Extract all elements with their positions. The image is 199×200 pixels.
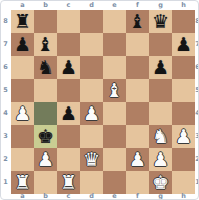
square-g3[interactable]: ♞ (149, 125, 172, 148)
black-bishop-f8[interactable]: ♝ (126, 10, 149, 33)
square-f1[interactable] (126, 171, 149, 194)
white-queen-d2[interactable]: ♛ (80, 148, 103, 171)
file-label-e: e (103, 192, 126, 200)
white-rook-a1[interactable]: ♜ (11, 171, 34, 194)
rank-label-2: 2 (193, 148, 199, 171)
square-h7[interactable]: ♟ (172, 33, 195, 56)
rank-label-3: 3 (1, 125, 10, 148)
file-label-a: a (11, 192, 34, 200)
chess-board-panel: abcdefgh 87654321 ♜♝♛♟♝♟♞♟♟♝♟♟♟♚♞♟♟♛♟♟♜♜… (0, 0, 199, 200)
square-f6[interactable] (126, 56, 149, 79)
rank-labels-left: 87654321 (1, 10, 10, 194)
square-f7[interactable] (126, 33, 149, 56)
square-b7[interactable]: ♝ (34, 33, 57, 56)
rank-label-5: 5 (1, 79, 10, 102)
square-h2[interactable] (172, 148, 195, 171)
square-b6[interactable]: ♞ (34, 56, 57, 79)
square-e1[interactable] (103, 171, 126, 194)
black-pawn-c6[interactable]: ♟ (57, 56, 80, 79)
square-e7[interactable] (103, 33, 126, 56)
rank-label-3: 3 (193, 125, 199, 148)
file-label-c: c (57, 1, 80, 10)
square-f3[interactable] (126, 125, 149, 148)
white-knight-g3[interactable]: ♞ (149, 125, 172, 148)
square-c1[interactable]: ♜ (57, 171, 80, 194)
square-h8[interactable] (172, 10, 195, 33)
square-g7[interactable] (149, 33, 172, 56)
square-d7[interactable] (80, 33, 103, 56)
rank-label-4: 4 (1, 102, 10, 125)
black-pawn-a7[interactable]: ♟ (11, 33, 34, 56)
square-g4[interactable] (149, 102, 172, 125)
file-labels-top: abcdefgh (11, 1, 195, 10)
file-label-a: a (11, 1, 34, 10)
file-label-f: f (126, 192, 149, 200)
rank-label-7: 7 (1, 33, 10, 56)
file-label-b: b (34, 1, 57, 10)
square-g6[interactable]: ♟ (149, 56, 172, 79)
file-label-d: d (80, 1, 103, 10)
square-b4[interactable] (34, 102, 57, 125)
square-g5[interactable] (149, 79, 172, 102)
square-d8[interactable] (80, 10, 103, 33)
black-queen-g8[interactable]: ♛ (149, 10, 172, 33)
white-rook-c1[interactable]: ♜ (57, 171, 80, 194)
square-h1[interactable] (172, 171, 195, 194)
square-e4[interactable] (103, 102, 126, 125)
square-c4[interactable]: ♟ (57, 102, 80, 125)
square-d5[interactable] (80, 79, 103, 102)
square-c7[interactable] (57, 33, 80, 56)
square-h4[interactable] (172, 102, 195, 125)
file-label-h: h (172, 192, 195, 200)
square-f8[interactable]: ♝ (126, 10, 149, 33)
square-g2[interactable]: ♟ (149, 148, 172, 171)
rank-label-1: 1 (193, 171, 199, 194)
square-b2[interactable]: ♟ (34, 148, 57, 171)
rank-labels-right: 87654321 (193, 10, 199, 194)
square-a1[interactable]: ♜ (11, 171, 34, 194)
black-pawn-c4[interactable]: ♟ (57, 102, 80, 125)
rank-label-1: 1 (1, 171, 10, 194)
rank-label-6: 6 (1, 56, 10, 79)
square-g1[interactable]: ♚ (149, 171, 172, 194)
square-a5[interactable] (11, 79, 34, 102)
square-c5[interactable] (57, 79, 80, 102)
square-c2[interactable] (57, 148, 80, 171)
white-king-g1[interactable]: ♚ (149, 171, 172, 194)
square-f2[interactable]: ♟ (126, 148, 149, 171)
rank-label-6: 6 (193, 56, 199, 79)
chess-board[interactable]: ♜♝♛♟♝♟♞♟♟♝♟♟♟♚♞♟♟♛♟♟♜♜♚ (11, 10, 195, 194)
square-a4[interactable]: ♟ (11, 102, 34, 125)
square-a6[interactable] (11, 56, 34, 79)
white-pawn-g2[interactable]: ♟ (149, 148, 172, 171)
file-label-e: e (103, 1, 126, 10)
square-c8[interactable] (57, 10, 80, 33)
square-a7[interactable]: ♟ (11, 33, 34, 56)
file-label-g: g (149, 192, 172, 200)
file-label-g: g (149, 1, 172, 10)
square-e3[interactable] (103, 125, 126, 148)
black-bishop-b7[interactable]: ♝ (34, 33, 57, 56)
file-label-f: f (126, 1, 149, 10)
square-d3[interactable] (80, 125, 103, 148)
square-g8[interactable]: ♛ (149, 10, 172, 33)
square-d1[interactable] (80, 171, 103, 194)
white-bishop-e5[interactable]: ♝ (103, 79, 126, 102)
square-d2[interactable]: ♛ (80, 148, 103, 171)
file-label-c: c (57, 192, 80, 200)
square-b5[interactable] (34, 79, 57, 102)
square-d6[interactable] (80, 56, 103, 79)
white-pawn-a4[interactable]: ♟ (11, 102, 34, 125)
square-f4[interactable] (126, 102, 149, 125)
square-a8[interactable]: ♜ (11, 10, 34, 33)
file-label-h: h (172, 1, 195, 10)
square-b1[interactable] (34, 171, 57, 194)
rank-label-8: 8 (1, 10, 10, 33)
square-b3[interactable]: ♚ (34, 125, 57, 148)
square-e2[interactable] (103, 148, 126, 171)
square-c6[interactable]: ♟ (57, 56, 80, 79)
black-king-b3[interactable]: ♚ (34, 125, 57, 148)
black-rook-a8[interactable]: ♜ (11, 10, 34, 33)
white-pawn-d4[interactable]: ♟ (80, 102, 103, 125)
rank-label-8: 8 (193, 10, 199, 33)
square-e6[interactable] (103, 56, 126, 79)
square-a2[interactable] (11, 148, 34, 171)
square-h3[interactable]: ♟ (172, 125, 195, 148)
rank-label-7: 7 (193, 33, 199, 56)
rank-label-5: 5 (193, 79, 199, 102)
square-d4[interactable]: ♟ (80, 102, 103, 125)
white-pawn-f2[interactable]: ♟ (126, 148, 149, 171)
rank-label-2: 2 (1, 148, 10, 171)
square-f5[interactable] (126, 79, 149, 102)
file-label-b: b (34, 192, 57, 200)
black-pawn-g6[interactable]: ♟ (149, 56, 172, 79)
square-b8[interactable] (34, 10, 57, 33)
black-knight-b6[interactable]: ♞ (34, 56, 57, 79)
square-a3[interactable] (11, 125, 34, 148)
square-h5[interactable] (172, 79, 195, 102)
rank-label-4: 4 (193, 102, 199, 125)
white-pawn-h3[interactable]: ♟ (172, 125, 195, 148)
file-labels-bottom: abcdefgh (11, 192, 195, 200)
file-label-d: d (80, 192, 103, 200)
square-h6[interactable] (172, 56, 195, 79)
square-c3[interactable] (57, 125, 80, 148)
white-pawn-b2[interactable]: ♟ (34, 148, 57, 171)
square-e8[interactable] (103, 10, 126, 33)
square-e5[interactable]: ♝ (103, 79, 126, 102)
black-pawn-h7[interactable]: ♟ (172, 33, 195, 56)
